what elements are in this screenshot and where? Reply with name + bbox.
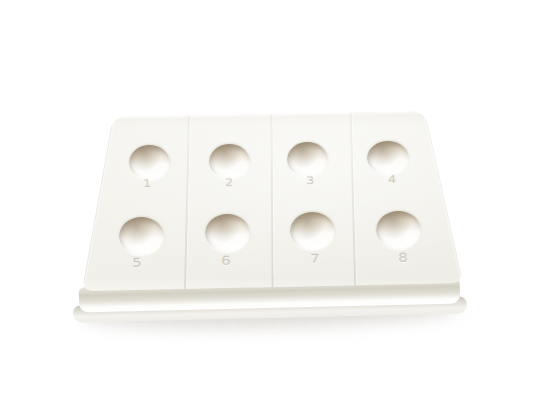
right-edge-highlight [422, 111, 464, 283]
hole-2[interactable] [209, 144, 250, 179]
hole-6[interactable] [205, 214, 250, 252]
hole-label-6: 6 [213, 253, 239, 269]
hole-label-4: 4 [379, 172, 405, 188]
left-edge-highlight [80, 117, 115, 292]
hole-label-7: 7 [302, 251, 328, 267]
board-photo: 1 2 3 4 5 6 7 8 [0, 0, 540, 420]
hole-label-8: 8 [390, 250, 416, 266]
mold-seam-2 [270, 113, 273, 290]
hole-3[interactable] [287, 142, 328, 177]
hole-label-2: 2 [216, 175, 242, 191]
hole-7[interactable] [290, 212, 335, 250]
hole-1[interactable] [129, 145, 170, 180]
hole-8[interactable] [376, 211, 421, 249]
mold-seam-1 [184, 115, 189, 291]
hole-label-3: 3 [297, 173, 323, 189]
hole-label-5: 5 [124, 255, 150, 271]
hole-5[interactable] [119, 217, 164, 255]
mold-seam-3 [349, 112, 355, 290]
board-top-face: 1 2 3 4 5 6 7 8 [75, 105, 470, 295]
hole-label-1: 1 [134, 176, 160, 192]
hole-4[interactable] [367, 141, 409, 175]
